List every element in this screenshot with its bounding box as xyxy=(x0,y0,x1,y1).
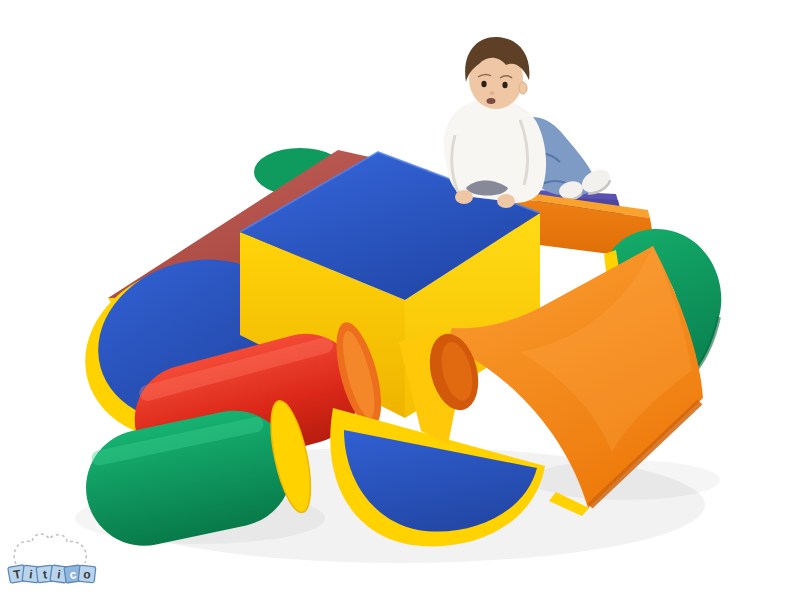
baby-hand-right xyxy=(497,194,515,208)
baby xyxy=(444,37,546,208)
brand-logo: T i t i c o xyxy=(8,534,96,583)
baby-head xyxy=(465,37,529,109)
svg-text:o: o xyxy=(83,567,92,582)
logo-block-6: o xyxy=(78,565,96,583)
baby-hand-left xyxy=(455,190,473,204)
logo-bear-outline xyxy=(14,534,86,564)
product-photo: T i t i c o xyxy=(0,0,800,600)
